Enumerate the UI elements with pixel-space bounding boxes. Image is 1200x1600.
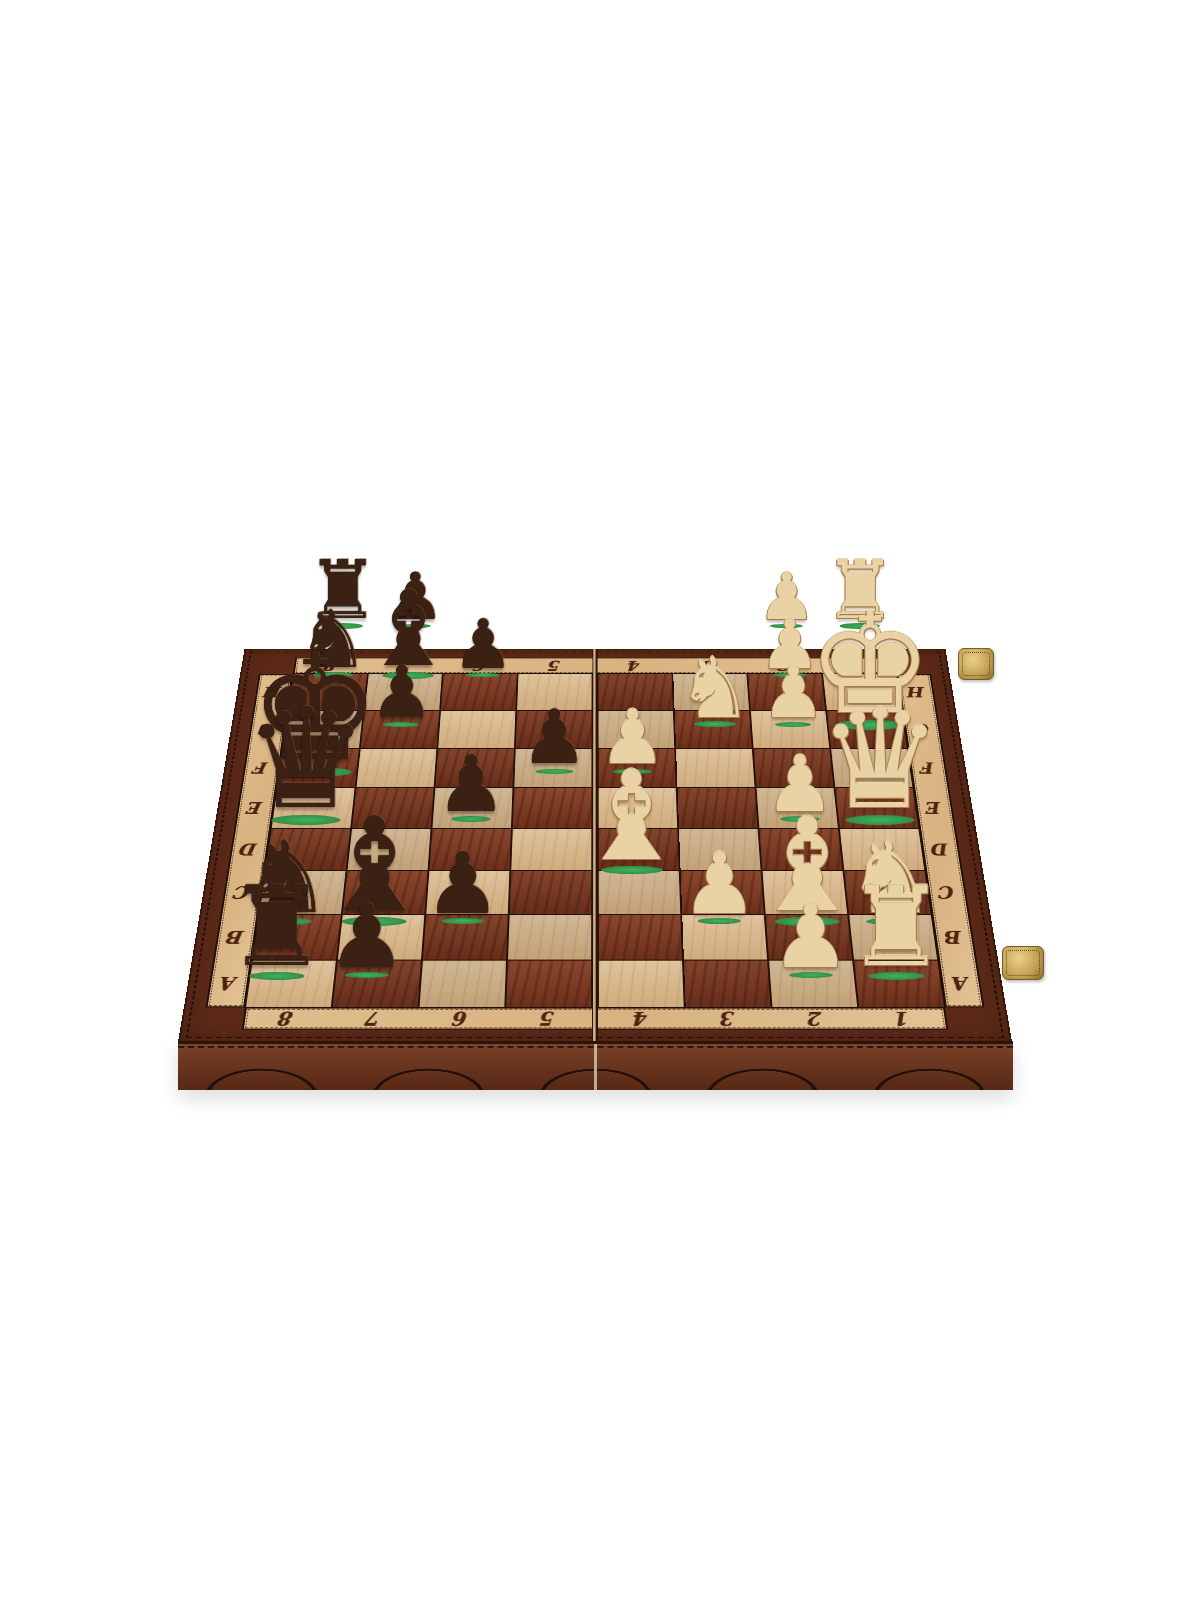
file-label-right-A: A	[952, 974, 971, 992]
white-rook-a1[interactable]: ♜	[841, 872, 952, 983]
square-a4[interactable]	[599, 961, 684, 1007]
rank-label-top-4: 4	[628, 659, 641, 673]
square-a6[interactable]	[420, 961, 507, 1007]
rank-label-bottom-2: 2	[808, 1009, 824, 1028]
rank-label-bottom-1: 1	[895, 1009, 912, 1028]
rank-label-bottom-6: 6	[453, 1009, 469, 1028]
square-b5[interactable]	[508, 915, 591, 960]
rank-label-bottom-8: 8	[278, 1009, 295, 1028]
rank-label-bottom-5: 5	[541, 1009, 556, 1028]
brass-clasp-icon	[1002, 946, 1044, 980]
square-a5[interactable]	[506, 961, 591, 1007]
black-pawn-a7[interactable]: ♟	[322, 893, 411, 982]
side-fold-seam	[594, 1044, 597, 1090]
rank-label-bottom-3: 3	[721, 1009, 737, 1028]
board-front-side-face	[178, 1041, 1013, 1090]
pieces-layer: ♜♞♛♚♞♜♟♝♟♝♟♟♟♟♟♝♟♟♞♟♝♟♟♟♟♜♞♛♚♜	[0, 0, 1200, 1600]
brass-clasp-icon	[958, 648, 994, 680]
white-bishop-c4[interactable]: ♝	[569, 754, 693, 878]
rank-label-bottom-4: 4	[634, 1009, 649, 1028]
rank-label-top-5: 5	[549, 659, 562, 673]
black-rook-a8[interactable]: ♜	[221, 872, 332, 983]
photo-stage: 8765432187654321HGFEDCBAHGFEDCBA ♜♞♛♚♞♜♟…	[0, 0, 1200, 1600]
square-a3[interactable]	[684, 961, 771, 1007]
black-pawn-b6[interactable]: ♟	[420, 842, 505, 927]
white-knight-f3[interactable]: ♞	[673, 646, 757, 730]
black-pawn-d6[interactable]: ♟	[432, 746, 510, 824]
rank-label-bottom-7: 7	[366, 1009, 382, 1028]
black-pawn-g6[interactable]: ♟	[449, 611, 517, 679]
square-b4[interactable]	[599, 915, 682, 960]
